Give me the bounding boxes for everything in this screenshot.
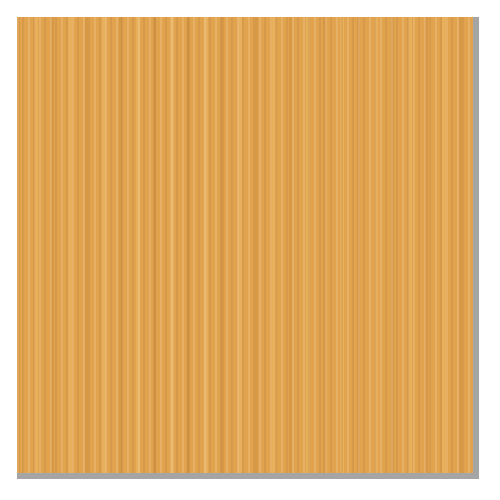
goban-surface[interactable] — [17, 17, 479, 479]
go-kifu-diagram — [0, 0, 500, 500]
